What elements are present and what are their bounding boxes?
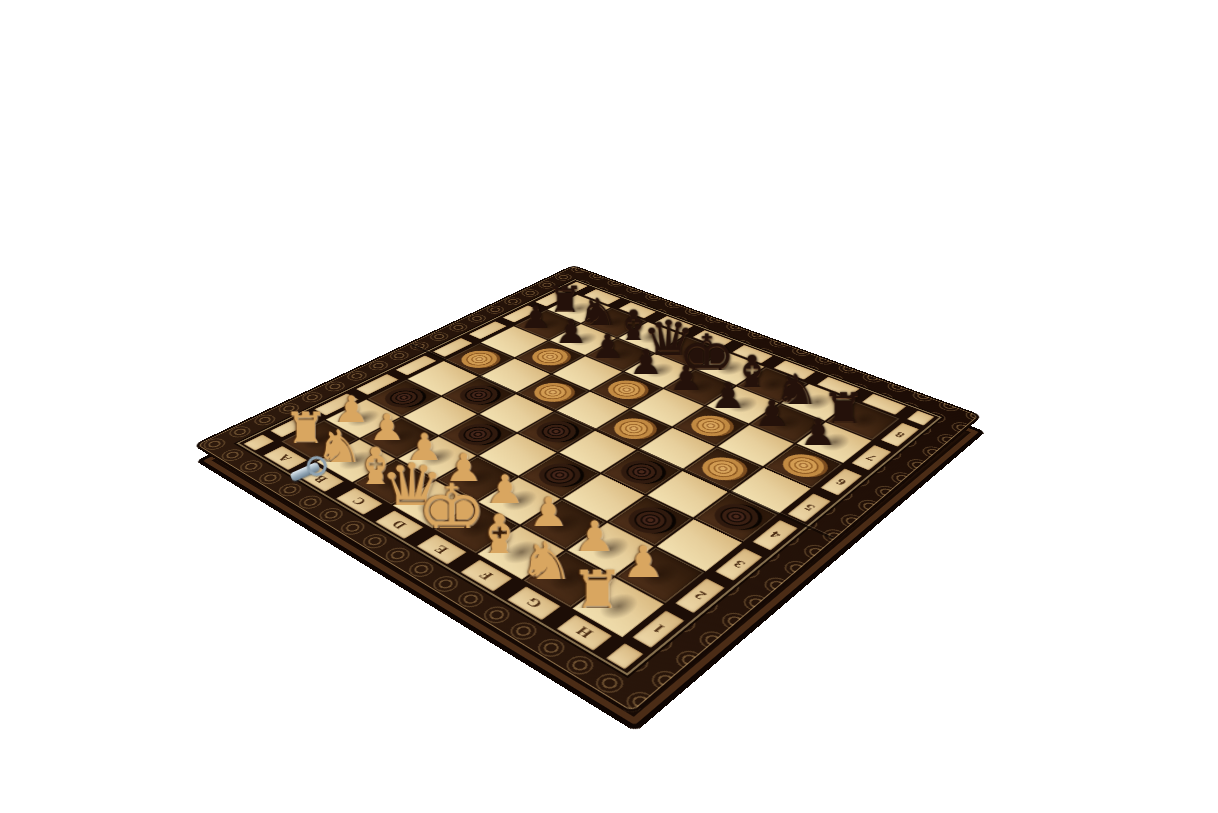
- checker-light-D6: [600, 377, 652, 403]
- piece-shadow: [765, 411, 809, 435]
- frame-tile: [810, 374, 867, 400]
- checker-dark-G3: [620, 502, 682, 538]
- coordinate-tile: G: [507, 586, 560, 620]
- piece-shadow: [331, 447, 380, 474]
- piece-shadow: [560, 300, 599, 318]
- piece-shadow: [710, 358, 751, 379]
- piece-shadow: [408, 489, 459, 519]
- piece-shadow: [296, 428, 344, 453]
- piece-shadow: [670, 342, 711, 362]
- coordinate-label: A: [275, 453, 295, 463]
- piece-shadow: [633, 557, 687, 592]
- piece-shadow: [678, 376, 721, 398]
- piece-shadow: [584, 532, 637, 565]
- coordinate-label: C: [349, 495, 369, 507]
- piece-shadow: [590, 588, 646, 625]
- piece-shadow: [595, 313, 634, 331]
- piece-shadow: [841, 408, 884, 432]
- coordinate-label: 5: [801, 502, 817, 512]
- coordinate-tile: [907, 410, 935, 425]
- piece-shadow: [563, 330, 604, 349]
- coordinate-label: 1: [649, 622, 668, 636]
- board-grid: A♜♟♟♜B♞♟♟♞C♝♟♟♝D♛♟♟♛E♚♟♟♚F♝♟♟♝G♞♟♟♞H♜♟♟♜…: [239, 280, 939, 673]
- piece-shadow: [752, 374, 794, 396]
- piece-shadow: [494, 486, 545, 516]
- coordinate-label: G: [522, 595, 545, 610]
- piece-shadow: [541, 561, 596, 596]
- board-scene: A♜♟♟♜B♞♟♟♞C♝♟♟♝D♛♟♟♛E♚♟♟♚F♝♟♟♝G♞♟♟♞H♜♟♟♜…: [0, 0, 1218, 813]
- piece-shadow: [450, 512, 503, 543]
- piece-shadow: [795, 391, 838, 414]
- piece-shadow: [494, 536, 548, 569]
- coordinate-tile: [564, 282, 588, 293]
- coordinate-label: 6: [834, 477, 849, 487]
- coordinate-label: F: [476, 569, 496, 582]
- piece-shadow: [527, 315, 567, 334]
- checker-dark-D4: [528, 417, 584, 446]
- piece-shadow: [721, 393, 764, 416]
- coordinate-tile: [432, 338, 473, 357]
- chess-checkers-board: A♜♟♟♜B♞♟♟♞C♝♟♟♝D♛♟♟♛E♚♟♟♚F♝♟♟♝G♞♟♟♞H♜♟♟♜…: [192, 265, 982, 716]
- coordinate-label: 3: [730, 558, 747, 570]
- coordinate-label: H: [572, 624, 596, 640]
- piece-shadow: [452, 464, 502, 492]
- coordinate-tile: [395, 355, 437, 375]
- piece-shadow: [812, 430, 857, 456]
- coordinate-label: D: [389, 518, 410, 530]
- coordinate-label: 2: [691, 589, 709, 602]
- piece-shadow: [369, 468, 419, 496]
- coordinate-label: 4: [767, 529, 784, 540]
- piece-shadow: [631, 327, 671, 346]
- piece-shadow: [638, 360, 680, 381]
- piece-shadow: [413, 444, 462, 471]
- piece-shadow: [340, 406, 387, 430]
- coordinate-label: 8: [893, 430, 907, 439]
- board-frame: A♜♟♟♜B♞♟♟♞C♝♟♟♝D♛♟♟♛E♚♟♟♚F♝♟♟♝G♞♟♟♞H♜♟♟♜…: [192, 265, 982, 716]
- coordinate-label: E: [431, 543, 452, 556]
- coordinate-tile: [270, 414, 317, 438]
- coordinate-tile: 8: [880, 422, 920, 447]
- checker-dark-B4: [452, 382, 505, 409]
- coordinate-tile: C: [336, 488, 383, 515]
- coordinate-tile: [732, 345, 773, 363]
- coordinate-tile: [606, 643, 644, 669]
- coordinate-tile: [774, 360, 816, 379]
- checker-dark-E3: [530, 459, 589, 492]
- coordinate-tile: 1: [632, 610, 686, 648]
- label-number-7: 7: [845, 441, 898, 474]
- piece-shadow: [375, 425, 423, 450]
- piece-shadow: [538, 508, 590, 539]
- product-photo: A♜♟♟♜B♞♟♟♞C♝♟♟♝D♛♟♟♛E♚♟♟♚F♝♟♟♝G♞♟♟♞H♜♟♟♜…: [0, 0, 1218, 813]
- coordinate-label: 7: [864, 453, 879, 462]
- coordinate-tile: [817, 377, 860, 397]
- frame-tile: [855, 391, 914, 418]
- piece-shadow: [600, 344, 641, 364]
